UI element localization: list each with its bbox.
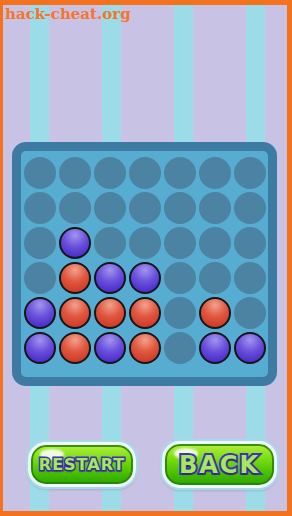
cell-r3-c6[interactable] — [232, 260, 267, 295]
cell-r2-c3[interactable] — [127, 225, 162, 260]
empty-slot — [24, 157, 56, 189]
cell-r5-c1[interactable] — [57, 330, 92, 365]
empty-slot — [164, 262, 196, 294]
cell-r5-c5[interactable] — [197, 330, 232, 365]
cell-r0-c0[interactable] — [22, 155, 57, 190]
red-disc — [59, 262, 91, 294]
empty-slot — [59, 192, 91, 224]
empty-slot — [24, 227, 56, 259]
empty-slot — [234, 227, 266, 259]
cell-r5-c6[interactable] — [232, 330, 267, 365]
empty-slot — [24, 192, 56, 224]
empty-slot — [94, 192, 126, 224]
cell-r2-c5[interactable] — [197, 225, 232, 260]
empty-slot — [164, 332, 196, 364]
purple-disc — [234, 332, 266, 364]
red-disc — [59, 332, 91, 364]
empty-slot — [94, 227, 126, 259]
red-disc — [199, 297, 231, 329]
cell-r0-c1[interactable] — [57, 155, 92, 190]
cell-r4-c6[interactable] — [232, 295, 267, 330]
restart-button[interactable]: RESTART — [28, 442, 136, 487]
empty-slot — [129, 192, 161, 224]
cell-r5-c3[interactable] — [127, 330, 162, 365]
empty-slot — [164, 297, 196, 329]
cell-r0-c3[interactable] — [127, 155, 162, 190]
cell-r4-c2[interactable] — [92, 295, 127, 330]
purple-disc — [24, 297, 56, 329]
connect-four-board — [12, 142, 277, 386]
purple-disc — [94, 262, 126, 294]
empty-slot — [94, 157, 126, 189]
empty-slot — [234, 297, 266, 329]
cell-r2-c6[interactable] — [232, 225, 267, 260]
empty-slot — [234, 262, 266, 294]
cell-r1-c4[interactable] — [162, 190, 197, 225]
cell-r4-c3[interactable] — [127, 295, 162, 330]
cell-r5-c4[interactable] — [162, 330, 197, 365]
red-disc — [129, 332, 161, 364]
cell-r4-c5[interactable] — [197, 295, 232, 330]
board-field — [21, 151, 268, 377]
empty-slot — [199, 157, 231, 189]
board-grid — [22, 155, 267, 365]
cell-r1-c0[interactable] — [22, 190, 57, 225]
red-disc — [129, 297, 161, 329]
cell-r4-c4[interactable] — [162, 295, 197, 330]
back-button[interactable]: BACK — [162, 441, 277, 488]
empty-slot — [59, 157, 91, 189]
cell-r2-c4[interactable] — [162, 225, 197, 260]
purple-disc — [129, 262, 161, 294]
cell-r1-c2[interactable] — [92, 190, 127, 225]
cell-r1-c5[interactable] — [197, 190, 232, 225]
cell-r1-c3[interactable] — [127, 190, 162, 225]
cell-r2-c2[interactable] — [92, 225, 127, 260]
cell-r1-c6[interactable] — [232, 190, 267, 225]
empty-slot — [164, 157, 196, 189]
cell-r3-c2[interactable] — [92, 260, 127, 295]
empty-slot — [164, 227, 196, 259]
empty-slot — [199, 227, 231, 259]
watermark: hack-cheat.org — [5, 5, 131, 23]
cell-r5-c0[interactable] — [22, 330, 57, 365]
empty-slot — [129, 227, 161, 259]
restart-button-label: RESTART — [39, 455, 125, 474]
purple-disc — [59, 227, 91, 259]
cell-r3-c4[interactable] — [162, 260, 197, 295]
empty-slot — [199, 262, 231, 294]
empty-slot — [164, 192, 196, 224]
back-button-label: BACK — [179, 451, 260, 479]
cell-r1-c1[interactable] — [57, 190, 92, 225]
cell-r0-c4[interactable] — [162, 155, 197, 190]
cell-r3-c5[interactable] — [197, 260, 232, 295]
cell-r4-c1[interactable] — [57, 295, 92, 330]
cell-r5-c2[interactable] — [92, 330, 127, 365]
red-disc — [94, 297, 126, 329]
empty-slot — [129, 157, 161, 189]
empty-slot — [234, 157, 266, 189]
purple-disc — [199, 332, 231, 364]
purple-disc — [24, 332, 56, 364]
app-screen: hack-cheat.org RESTART BACK — [0, 0, 292, 516]
cell-r0-c6[interactable] — [232, 155, 267, 190]
cell-r2-c1[interactable] — [57, 225, 92, 260]
empty-slot — [199, 192, 231, 224]
cell-r0-c2[interactable] — [92, 155, 127, 190]
empty-slot — [234, 192, 266, 224]
cell-r3-c0[interactable] — [22, 260, 57, 295]
purple-disc — [94, 332, 126, 364]
cell-r3-c3[interactable] — [127, 260, 162, 295]
empty-slot — [24, 262, 56, 294]
cell-r2-c0[interactable] — [22, 225, 57, 260]
cell-r0-c5[interactable] — [197, 155, 232, 190]
red-disc — [59, 297, 91, 329]
cell-r3-c1[interactable] — [57, 260, 92, 295]
cell-r4-c0[interactable] — [22, 295, 57, 330]
